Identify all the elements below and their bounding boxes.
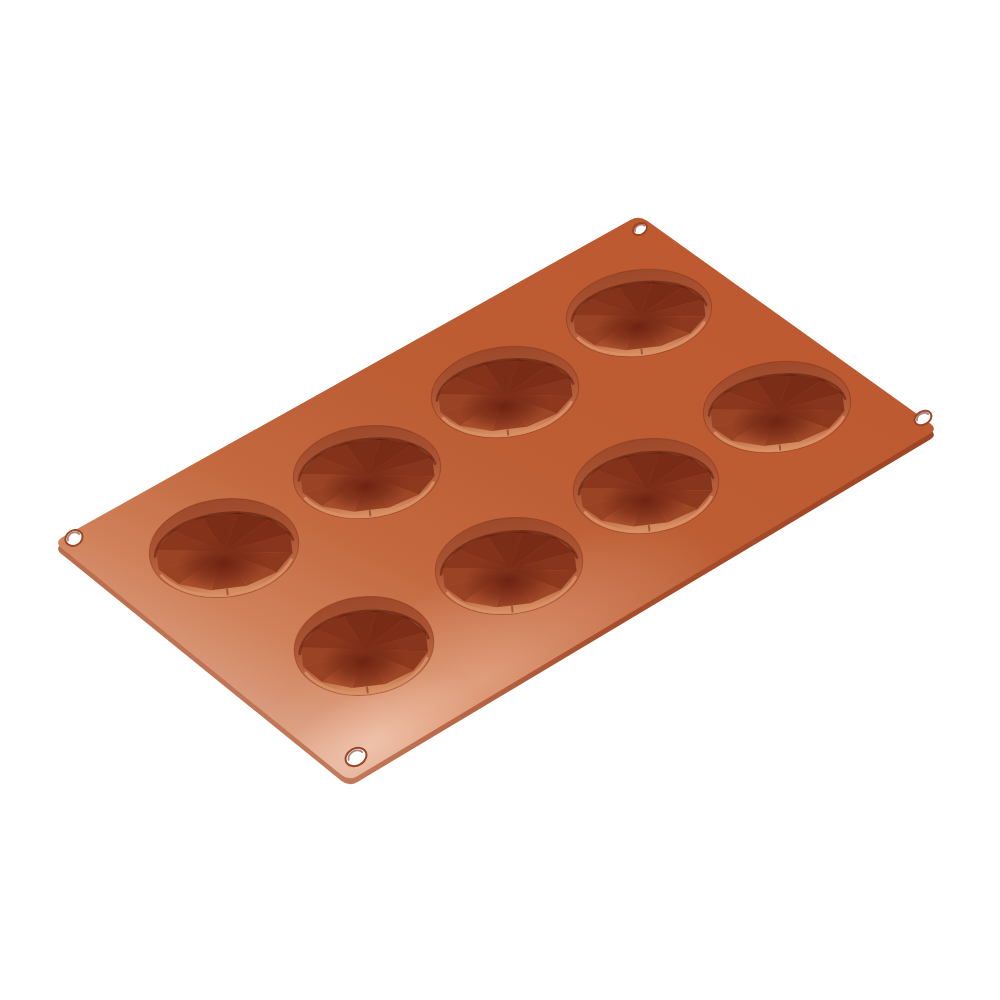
cavity-seam-notch	[370, 511, 371, 516]
cavity-seam-notch	[780, 445, 781, 449]
cavity-seam-notch	[227, 590, 228, 595]
cavity-seam-notch	[649, 526, 650, 531]
mould-scene	[0, 0, 1000, 1000]
cavity-seam-notch	[367, 688, 368, 693]
cavity-seam-notch	[641, 349, 642, 353]
cavity-seam-notch	[512, 607, 513, 612]
product-photo	[0, 0, 1000, 1000]
cavity-seam-notch	[508, 430, 509, 434]
